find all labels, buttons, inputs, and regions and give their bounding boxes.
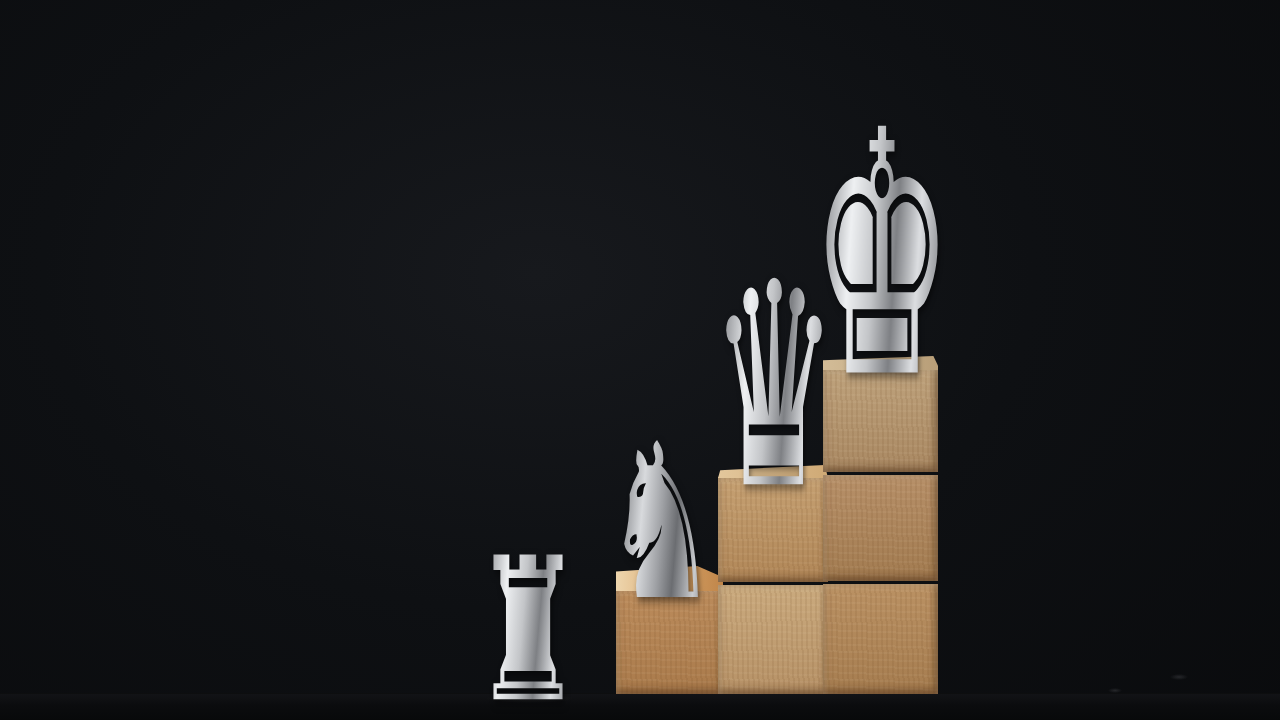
- white-knight-piece: ♞: [603, 415, 719, 630]
- wood-cube-king-bottom: [823, 584, 938, 694]
- wood-cube-queen-bottom: [718, 585, 828, 694]
- dust-speck: [1108, 688, 1122, 693]
- scene: ♜ ♞ ♛ ♚: [0, 0, 1280, 720]
- white-rook-piece: ♜: [473, 532, 583, 720]
- table-surface: [0, 693, 1280, 720]
- dust-speck: [1170, 674, 1188, 680]
- white-king-piece: ♚: [811, 87, 953, 425]
- wood-cube-king-middle: [823, 475, 938, 581]
